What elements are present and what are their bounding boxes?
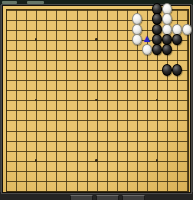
board-cell[interactable] [51, 125, 61, 135]
board-cell[interactable] [61, 155, 71, 165]
board-cell[interactable] [71, 155, 81, 165]
board-cell[interactable] [142, 176, 152, 186]
board-cell[interactable] [71, 24, 81, 34]
board-cell[interactable] [82, 125, 92, 135]
board-cell[interactable] [11, 45, 21, 55]
board-cell[interactable] [1, 45, 11, 55]
board-cell[interactable] [112, 14, 122, 24]
board-cell[interactable] [92, 4, 102, 14]
board-cell[interactable] [182, 165, 192, 175]
board-cell[interactable] [21, 155, 31, 165]
board-cell[interactable] [112, 24, 122, 34]
board-cell[interactable] [152, 85, 162, 95]
board-cell[interactable] [102, 24, 112, 34]
board-cell[interactable] [41, 75, 51, 85]
board-cell[interactable] [142, 105, 152, 115]
board-cell[interactable] [71, 165, 81, 175]
board-cell[interactable] [31, 135, 41, 145]
board-cell[interactable] [182, 4, 192, 14]
board-cell[interactable] [162, 145, 172, 155]
board-cell[interactable] [11, 115, 21, 125]
board-cell[interactable] [182, 186, 192, 196]
board-cell[interactable] [11, 4, 21, 14]
board-cell[interactable] [41, 14, 51, 24]
board-cell[interactable] [71, 125, 81, 135]
board-cell[interactable] [122, 155, 132, 165]
board-cell[interactable] [132, 65, 142, 75]
board-cell[interactable] [21, 145, 31, 155]
board-cell[interactable] [71, 14, 81, 24]
board-cell[interactable] [142, 95, 152, 105]
board-cell[interactable] [41, 176, 51, 186]
board-cell[interactable] [51, 14, 61, 24]
board-cell[interactable] [51, 135, 61, 145]
board-cell[interactable] [82, 186, 92, 196]
board-cell[interactable] [182, 125, 192, 135]
board-cell[interactable] [122, 105, 132, 115]
board-cell[interactable] [172, 165, 182, 175]
board-cell[interactable] [112, 34, 122, 44]
board-cell[interactable] [172, 105, 182, 115]
board-cell[interactable] [172, 145, 182, 155]
board-cell[interactable] [1, 135, 11, 145]
board-cell[interactable] [102, 4, 112, 14]
board-cell[interactable] [172, 85, 182, 95]
board-cell[interactable] [1, 55, 11, 65]
board-cell[interactable] [61, 24, 71, 34]
board-cell[interactable] [142, 14, 152, 24]
board-cell[interactable] [61, 45, 71, 55]
board-cell[interactable] [11, 65, 21, 75]
board-cell[interactable] [1, 14, 11, 24]
board-cell[interactable] [152, 165, 162, 175]
board-cell[interactable] [31, 4, 41, 14]
board-cell[interactable] [182, 145, 192, 155]
board-cell[interactable] [61, 65, 71, 75]
board-cell[interactable] [71, 145, 81, 155]
board-cell[interactable] [182, 14, 192, 24]
board-cell[interactable] [11, 135, 21, 145]
board-cell[interactable] [11, 34, 21, 44]
board-cell[interactable] [162, 45, 172, 55]
board-cell[interactable] [112, 155, 122, 165]
board-cell[interactable] [1, 65, 11, 75]
board-cell[interactable] [82, 4, 92, 14]
board-cell[interactable] [132, 176, 142, 186]
board-cell[interactable] [21, 105, 31, 115]
go-board[interactable]: ▲ [2, 5, 191, 193]
board-cell[interactable] [61, 105, 71, 115]
board-cell[interactable] [162, 95, 172, 105]
board-cell[interactable] [162, 125, 172, 135]
board-cell[interactable] [182, 85, 192, 95]
board-cell[interactable] [112, 105, 122, 115]
board-cell[interactable] [51, 4, 61, 14]
board-cell[interactable] [11, 105, 21, 115]
board-cell[interactable] [152, 24, 162, 34]
board-cell[interactable] [1, 105, 11, 115]
board-cell[interactable] [51, 34, 61, 44]
board-cell[interactable] [142, 125, 152, 135]
board-cell[interactable] [31, 155, 41, 165]
board-cell[interactable] [162, 65, 172, 75]
board-cell[interactable] [152, 125, 162, 135]
board-cell[interactable] [132, 34, 142, 44]
board-cell[interactable] [71, 115, 81, 125]
toolbar-button[interactable] [70, 195, 93, 200]
board-cell[interactable] [142, 145, 152, 155]
board-cell[interactable] [11, 145, 21, 155]
board-cell[interactable] [51, 155, 61, 165]
board-cell[interactable] [21, 176, 31, 186]
board-cell[interactable] [82, 155, 92, 165]
board-cell[interactable] [71, 55, 81, 65]
board-cell[interactable] [71, 75, 81, 85]
board-cell[interactable] [142, 85, 152, 95]
board-cell[interactable] [122, 45, 132, 55]
board-cell[interactable] [31, 105, 41, 115]
board-cell[interactable] [92, 145, 102, 155]
board-cell[interactable] [61, 165, 71, 175]
board-cell[interactable] [132, 85, 142, 95]
board-cell[interactable] [122, 145, 132, 155]
board-cell[interactable] [31, 85, 41, 95]
board-cell[interactable] [51, 115, 61, 125]
board-cell[interactable] [31, 176, 41, 186]
board-cell[interactable] [71, 4, 81, 14]
board-cell[interactable] [92, 45, 102, 55]
board-cell[interactable] [82, 105, 92, 115]
board-cell[interactable] [21, 125, 31, 135]
board-cell[interactable] [41, 125, 51, 135]
board-cell[interactable] [51, 55, 61, 65]
board-cell[interactable] [71, 105, 81, 115]
board-cell[interactable] [152, 115, 162, 125]
board-cell[interactable] [92, 85, 102, 95]
board-cell[interactable] [122, 4, 132, 14]
board-cell[interactable] [41, 186, 51, 196]
board-cell[interactable] [1, 176, 11, 186]
board-cell[interactable] [31, 14, 41, 24]
board-cell[interactable] [92, 14, 102, 24]
board-cell[interactable] [41, 85, 51, 95]
board-cell[interactable] [82, 115, 92, 125]
board-cell[interactable] [162, 115, 172, 125]
board-cell[interactable] [31, 75, 41, 85]
board-cell[interactable] [132, 145, 142, 155]
board-cell[interactable] [152, 186, 162, 196]
toolbar-button[interactable] [96, 195, 119, 200]
board-cell[interactable] [182, 75, 192, 85]
board-cell[interactable] [172, 24, 182, 34]
board-cell[interactable] [41, 155, 51, 165]
board-cell[interactable] [1, 186, 11, 196]
board-cell[interactable] [112, 45, 122, 55]
board-cell[interactable] [122, 135, 132, 145]
board-cell[interactable] [172, 95, 182, 105]
board-cell[interactable] [92, 75, 102, 85]
board-cell[interactable] [102, 176, 112, 186]
board-cell[interactable] [51, 105, 61, 115]
board-cell[interactable] [82, 65, 92, 75]
board-cell[interactable] [172, 34, 182, 44]
board-cell[interactable] [1, 155, 11, 165]
board-cell[interactable] [11, 14, 21, 24]
board-cell[interactable] [82, 45, 92, 55]
board-cell[interactable] [142, 55, 152, 65]
board-cell[interactable] [102, 115, 112, 125]
board-cell[interactable] [172, 75, 182, 85]
board-cell[interactable] [41, 95, 51, 105]
board-cell[interactable] [41, 165, 51, 175]
board-cell[interactable] [71, 85, 81, 95]
board-cell[interactable] [1, 125, 11, 135]
board-cell[interactable] [51, 95, 61, 105]
board-cell[interactable] [11, 176, 21, 186]
board-cell[interactable] [21, 4, 31, 14]
board-cell[interactable] [122, 125, 132, 135]
board-cell[interactable] [51, 165, 61, 175]
board-cell[interactable] [132, 115, 142, 125]
board-cell[interactable] [11, 75, 21, 85]
board-cell[interactable] [92, 105, 102, 115]
board-cell[interactable] [142, 24, 152, 34]
board-cell[interactable] [102, 155, 112, 165]
board-cell[interactable] [122, 85, 132, 95]
board-cell[interactable] [92, 165, 102, 175]
board-cell[interactable] [31, 24, 41, 34]
board-cell[interactable] [1, 95, 11, 105]
board-cell[interactable] [71, 186, 81, 196]
board-cell[interactable] [162, 24, 172, 34]
board-cell[interactable] [82, 165, 92, 175]
board-cell[interactable] [31, 145, 41, 155]
board-cell[interactable] [11, 165, 21, 175]
board-cell[interactable] [112, 95, 122, 105]
board-cell[interactable] [51, 176, 61, 186]
board-cell[interactable] [82, 95, 92, 105]
board-cell[interactable] [152, 155, 162, 165]
board-cell[interactable] [21, 135, 31, 145]
board-cell[interactable] [132, 125, 142, 135]
board-cell[interactable] [182, 176, 192, 186]
board-cell[interactable] [122, 14, 132, 24]
board-cell[interactable] [41, 105, 51, 115]
board-cell[interactable] [1, 145, 11, 155]
board-cell[interactable] [92, 95, 102, 105]
board-cell[interactable] [172, 65, 182, 75]
board-cell[interactable] [142, 115, 152, 125]
board-cell[interactable] [132, 135, 142, 145]
board-cell[interactable] [162, 155, 172, 165]
board-cell[interactable] [132, 55, 142, 65]
board-cell[interactable] [21, 186, 31, 196]
board-cell[interactable] [11, 155, 21, 165]
board-cell[interactable] [172, 125, 182, 135]
board-cell[interactable] [132, 45, 142, 55]
board-cell[interactable] [142, 75, 152, 85]
board-cell[interactable] [142, 165, 152, 175]
board-cell[interactable] [152, 105, 162, 115]
board-cell[interactable] [182, 155, 192, 165]
board-cell[interactable] [132, 186, 142, 196]
board-cell[interactable] [61, 75, 71, 85]
board-cell[interactable] [51, 24, 61, 34]
board-cell[interactable] [122, 176, 132, 186]
board-cell[interactable] [21, 95, 31, 105]
board-cell[interactable]: ▲ [142, 34, 152, 44]
board-cell[interactable] [92, 115, 102, 125]
board-cell[interactable] [172, 176, 182, 186]
board-cell[interactable] [51, 75, 61, 85]
board-cell[interactable] [11, 85, 21, 95]
board-cell[interactable] [82, 176, 92, 186]
board-cell[interactable] [182, 135, 192, 145]
board-cell[interactable] [112, 4, 122, 14]
board-cell[interactable] [11, 55, 21, 65]
board-cell[interactable] [82, 14, 92, 24]
board-cell[interactable] [51, 45, 61, 55]
board-cell[interactable] [172, 115, 182, 125]
board-cell[interactable] [31, 55, 41, 65]
board-cell[interactable] [152, 65, 162, 75]
board-cell[interactable] [21, 65, 31, 75]
board-cell[interactable] [21, 75, 31, 85]
board-cell[interactable] [61, 55, 71, 65]
board-cell[interactable] [132, 95, 142, 105]
board-cell[interactable] [132, 155, 142, 165]
board-cell[interactable] [82, 75, 92, 85]
board-cell[interactable] [172, 4, 182, 14]
board-cell[interactable] [102, 14, 112, 24]
board-cell[interactable] [112, 165, 122, 175]
board-cell[interactable] [162, 105, 172, 115]
board-cell[interactable] [82, 55, 92, 65]
board-cell[interactable] [102, 75, 112, 85]
board-cell[interactable] [122, 95, 132, 105]
board-cell[interactable] [102, 145, 112, 155]
board-cell[interactable] [112, 145, 122, 155]
board-cell[interactable] [21, 14, 31, 24]
board-cell[interactable] [132, 165, 142, 175]
board-cell[interactable] [61, 135, 71, 145]
board-cell[interactable] [51, 85, 61, 95]
board-cell[interactable] [61, 115, 71, 125]
board-cell[interactable] [152, 95, 162, 105]
board-cell[interactable] [92, 176, 102, 186]
board-cell[interactable] [31, 65, 41, 75]
board-cell[interactable] [112, 55, 122, 65]
board-cell[interactable] [21, 165, 31, 175]
board-cell[interactable] [162, 14, 172, 24]
board-cell[interactable] [11, 186, 21, 196]
board-cell[interactable] [152, 45, 162, 55]
board-cell[interactable] [21, 34, 31, 44]
board-cell[interactable] [112, 75, 122, 85]
board-cell[interactable] [162, 176, 172, 186]
board-cell[interactable] [51, 145, 61, 155]
board-cell[interactable] [102, 105, 112, 115]
board-cell[interactable] [21, 55, 31, 65]
board-cell[interactable] [112, 125, 122, 135]
board-cell[interactable] [162, 186, 172, 196]
board-cell[interactable] [182, 45, 192, 55]
board-cell[interactable] [152, 145, 162, 155]
board-cell[interactable] [41, 65, 51, 75]
board-cell[interactable] [162, 85, 172, 95]
board-cell[interactable] [61, 186, 71, 196]
board-cell[interactable] [122, 65, 132, 75]
board-cell[interactable] [92, 125, 102, 135]
board-cell[interactable] [122, 165, 132, 175]
board-cell[interactable] [102, 55, 112, 65]
board-cell[interactable] [41, 55, 51, 65]
board-cell[interactable] [112, 65, 122, 75]
board-cell[interactable] [102, 125, 112, 135]
board-cell[interactable] [1, 85, 11, 95]
board-cell[interactable] [182, 34, 192, 44]
board-cell[interactable] [172, 45, 182, 55]
board-cell[interactable] [102, 85, 112, 95]
board-cell[interactable] [31, 34, 41, 44]
board-cell[interactable] [82, 85, 92, 95]
board-cell[interactable] [71, 135, 81, 145]
board-cell[interactable] [182, 105, 192, 115]
board-cell[interactable] [41, 34, 51, 44]
board-cell[interactable] [172, 155, 182, 165]
board-cell[interactable] [102, 95, 112, 105]
board-cell[interactable] [92, 135, 102, 145]
board-cell[interactable] [142, 65, 152, 75]
board-cell[interactable] [31, 165, 41, 175]
board-cell[interactable] [11, 125, 21, 135]
board-cell[interactable] [1, 115, 11, 125]
board-cell[interactable] [122, 115, 132, 125]
board-cell[interactable] [71, 176, 81, 186]
board-cell[interactable] [112, 85, 122, 95]
board-cell[interactable] [162, 75, 172, 85]
board-cell[interactable] [142, 135, 152, 145]
board-cell[interactable] [102, 45, 112, 55]
board-cell[interactable] [21, 24, 31, 34]
board-cell[interactable] [152, 75, 162, 85]
board-cell[interactable] [152, 176, 162, 186]
board-cell[interactable] [122, 75, 132, 85]
board-cell[interactable] [162, 34, 172, 44]
board-cell[interactable] [1, 4, 11, 14]
board-cell[interactable] [61, 176, 71, 186]
board-cell[interactable] [71, 34, 81, 44]
board-cell[interactable] [122, 24, 132, 34]
board-cell[interactable] [112, 135, 122, 145]
board-cell[interactable] [31, 95, 41, 105]
board-cell[interactable] [102, 186, 112, 196]
board-cell[interactable] [41, 4, 51, 14]
board-cell[interactable] [172, 186, 182, 196]
board-cell[interactable] [71, 65, 81, 75]
board-cell[interactable] [51, 65, 61, 75]
board-cell[interactable] [1, 34, 11, 44]
board-cell[interactable] [51, 186, 61, 196]
board-cell[interactable] [11, 24, 21, 34]
board-cell[interactable] [102, 34, 112, 44]
board-cell[interactable] [132, 75, 142, 85]
board-cell[interactable] [182, 65, 192, 75]
board-cell[interactable] [112, 186, 122, 196]
board-cell[interactable] [41, 145, 51, 155]
board-cell[interactable] [31, 45, 41, 55]
board-cell[interactable] [112, 115, 122, 125]
